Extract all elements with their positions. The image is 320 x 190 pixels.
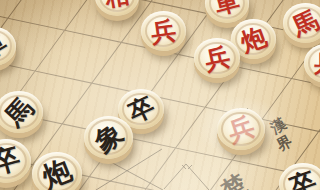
piece-character: 卒 — [0, 144, 23, 178]
piece-red-horse[interactable]: 馬 — [283, 3, 320, 43]
piece-black-elephant[interactable]: 象 — [84, 116, 133, 159]
piece-red-elephant[interactable]: 相 — [95, 0, 139, 16]
piece-face: 車 — [0, 30, 12, 62]
piece-character: 兵 — [225, 113, 258, 146]
piece-face: 兵 — [308, 47, 320, 79]
piece-character: 馬 — [288, 6, 320, 39]
piece-character: 象 — [89, 118, 127, 156]
piece-red-soldier[interactable]: 兵 — [141, 11, 186, 51]
piece-black-soldier[interactable]: 卒 — [279, 163, 320, 190]
piece-face: 兵 — [145, 15, 182, 48]
piece-character: 炮 — [39, 156, 75, 190]
piece-face: 相 — [99, 0, 135, 12]
piece-face: 馬 — [287, 7, 320, 40]
piece-face: 炮 — [37, 156, 78, 190]
piece-face: 兵 — [198, 42, 236, 75]
piece-black-soldier[interactable]: 卒 — [0, 139, 31, 183]
piece-black-cannon[interactable]: 炮 — [32, 152, 82, 190]
piece-character: 炮 — [237, 23, 269, 55]
piece-red-soldier[interactable]: 兵 — [194, 38, 240, 78]
piece-black-chariot[interactable]: 車 — [0, 27, 16, 66]
piece-face: 卒 — [0, 143, 27, 179]
piece-face: 卒 — [283, 167, 320, 190]
piece-character: 兵 — [202, 43, 232, 73]
xiangqi-board-photo: 楚漢界 相車兵炮馬兵兵兵車馬卒象卒炮卒 — [0, 0, 320, 190]
piece-character: 車 — [0, 30, 10, 63]
piece-face: 車 — [209, 0, 245, 19]
piece-character: 車 — [212, 0, 241, 18]
piece-face: 兵 — [221, 112, 260, 146]
piece-character: 相 — [103, 0, 131, 10]
piece-character: 兵 — [314, 51, 320, 75]
piece-red-chariot[interactable]: 車 — [205, 0, 249, 23]
piece-face: 炮 — [235, 23, 272, 56]
pieces-layer: 相車兵炮馬兵兵兵車馬卒象卒炮卒 — [0, 0, 320, 190]
piece-character: 兵 — [149, 17, 177, 45]
piece-face: 象 — [88, 119, 128, 154]
piece-face: 卒 — [122, 93, 160, 126]
piece-red-soldier[interactable]: 兵 — [304, 44, 320, 83]
piece-red-soldier[interactable]: 兵 — [217, 108, 265, 150]
piece-face: 馬 — [0, 95, 39, 129]
piece-character: 卒 — [286, 167, 319, 190]
piece-character: 馬 — [1, 94, 38, 131]
piece-black-horse[interactable]: 馬 — [0, 91, 43, 133]
piece-character: 卒 — [124, 92, 157, 125]
